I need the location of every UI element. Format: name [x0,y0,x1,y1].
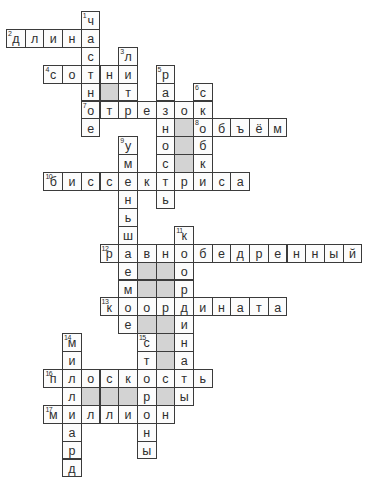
cell-r17c6[interactable]: е [118,315,138,334]
cell-r10c6[interactable]: н [118,190,138,209]
cell-letter: ш [123,228,133,243]
cell-letter: ъ [236,121,244,136]
cell-letter: м [124,156,133,171]
cell-letter: а [125,246,132,261]
clue-number: 10 [45,173,52,180]
cell-letter: у [125,138,131,153]
cell-r6c4[interactable]: е [81,118,101,137]
cell-r6c11[interactable]: б [212,118,232,137]
cell-letter: о [87,371,94,386]
cell-r6c14[interactable]: м [268,118,288,137]
cell-letter: б [199,246,206,261]
cell-r18c9[interactable]: н [174,333,194,352]
cell-letter: н [181,335,188,350]
clue-number: 5 [158,66,161,73]
cell-letter: о [68,67,75,82]
cell-letter: н [106,67,113,82]
cell-letter: т [88,67,94,82]
cell-r2c6[interactable]: 3л [118,47,138,66]
cell-r9c4[interactable]: с [81,172,101,191]
cell-letter: и [199,300,206,315]
cell-r4c10[interactable]: 6с [193,83,213,102]
cell-r25c3[interactable]: д [62,459,82,478]
cell-letter: и [125,67,132,82]
cell-letter: а [87,31,94,46]
cell-letter: н [162,246,169,261]
cell-r6c13[interactable]: ё [249,118,269,137]
cell-r20c4[interactable]: о [81,369,101,388]
cell-letter: р [255,246,262,261]
cell-r4c4[interactable]: н [81,83,101,102]
cell-letter: с [50,67,56,82]
cell-letter: и [125,407,132,422]
shaded-cell-r21c6 [118,387,138,406]
cell-letter: а [237,174,244,189]
cell-r13c18[interactable]: й [343,244,363,263]
cell-r22c6[interactable]: и [118,405,138,424]
clue-number: 6 [195,84,198,91]
shaded-cell-r18c8 [156,333,176,352]
cell-r16c13[interactable]: т [249,297,269,316]
cell-letter: е [218,246,225,261]
cell-letter: о [143,407,150,422]
cell-letter: с [88,174,94,189]
cell-letter: ы [180,389,189,404]
cell-r20c3[interactable]: л [62,369,82,388]
cell-letter: н [125,192,132,207]
cell-r2c4[interactable]: с [81,47,101,66]
cell-letter: н [218,300,225,315]
clue-number: 11 [176,227,182,234]
cell-r13c12[interactable]: д [230,244,250,263]
cell-r13c13[interactable]: р [249,244,269,263]
cell-r14c6[interactable]: е [118,262,138,281]
cell-letter: е [125,264,132,279]
cell-r22c4[interactable]: л [81,405,101,424]
cell-letter: т [163,174,169,189]
cell-r16c8[interactable]: р [156,297,176,316]
cell-letter: д [12,31,19,46]
cell-r8c8[interactable]: с [156,154,176,173]
cell-letter: н [162,121,169,136]
cell-r13c17[interactable]: ы [324,244,344,263]
cell-letter: б [218,121,225,136]
cell-r13c9[interactable]: о [174,244,194,263]
cell-letter: о [199,121,206,136]
cell-letter: и [50,31,57,46]
cell-letter: т [181,371,187,386]
cell-r8c10[interactable]: к [193,154,213,173]
cell-letter: с [162,371,168,386]
cell-r5c10[interactable]: к [193,101,213,120]
cell-r5c8[interactable]: з [156,101,176,120]
cell-r5c9[interactable]: о [174,101,194,120]
cell-r13c7[interactable]: в [137,244,157,263]
cell-r1c1[interactable]: л [25,29,45,48]
cell-letter: е [274,246,281,261]
cell-r23c3[interactable]: а [62,423,82,442]
clue-number: 15 [139,334,146,341]
cell-r17c9[interactable]: и [174,315,194,334]
shaded-cell-r15c7 [137,280,157,299]
cell-letter: о [125,300,132,315]
cell-letter: р [143,389,150,404]
cell-letter: и [68,174,75,189]
cell-letter: т [144,353,150,368]
cell-r1c0[interactable]: 2д [6,29,26,48]
cell-r14c9[interactable]: о [174,262,194,281]
cell-r22c7[interactable]: о [137,405,157,424]
cell-letter: н [293,246,300,261]
cell-r5c7[interactable]: е [137,101,157,120]
cell-letter: б [199,138,206,153]
cell-letter: е [125,174,132,189]
clue-number: 12 [102,245,109,252]
cell-letter: л [31,31,38,46]
cell-r16c9[interactable]: д [174,297,194,316]
cell-r21c3[interactable]: л [62,387,82,406]
cell-r12c6[interactable]: ш [118,226,138,245]
cell-r9c5[interactable]: с [100,172,120,191]
cell-letter: о [87,103,94,118]
cell-letter: а [162,85,169,100]
cell-letter: т [256,300,262,315]
shaded-cell-r19c8 [156,351,176,370]
cell-letter: е [87,121,94,136]
cell-r13c10[interactable]: б [193,244,213,263]
clue-number: 9 [120,137,123,144]
cell-r7c6[interactable]: 9у [118,136,138,155]
cell-letter: р [125,103,132,118]
cell-letter: к [125,371,130,386]
crossword-board: 1ч2длинас3л4сотни5рнта6с7отрезокен8объём… [0,0,368,480]
shaded-cell-r14c7 [137,262,157,281]
cell-r20c2[interactable]: 16п [43,369,63,388]
cell-letter: ь [162,192,169,207]
cell-r20c6[interactable]: к [118,369,138,388]
cell-r11c6[interactable]: ь [118,208,138,227]
cell-letter: л [68,371,75,386]
cell-letter: к [200,156,205,171]
cell-r9c9[interactable]: р [174,172,194,191]
cell-r6c12[interactable]: ъ [230,118,250,137]
cell-letter: л [124,49,131,64]
cell-r5c6[interactable]: р [118,101,138,120]
clue-number: 14 [64,334,71,341]
cell-letter: й [349,246,356,261]
cell-r1c4[interactable]: а [81,29,101,48]
clue-number: 1 [83,12,86,19]
cell-r13c6[interactable]: а [118,244,138,263]
cell-r1c3[interactable]: н [62,29,82,48]
cell-r9c10[interactable]: и [193,172,213,191]
cell-r12c9[interactable]: 11к [174,226,194,245]
cell-r22c8[interactable]: н [156,405,176,424]
cell-r19c3[interactable]: и [62,351,82,370]
cell-letter: в [143,246,150,261]
cell-r10c8[interactable]: ь [156,190,176,209]
cell-letter: л [68,389,75,404]
cell-r20c8[interactable]: с [156,369,176,388]
cell-r21c7[interactable]: р [137,387,157,406]
cell-r13c8[interactable]: н [156,244,176,263]
cell-letter: с [88,49,94,64]
cell-r16c5[interactable]: 13к [100,297,120,316]
clue-number: 17 [45,406,52,413]
cell-r13c16[interactable]: н [305,244,325,263]
cell-r6c10[interactable]: 8о [193,118,213,137]
cell-r19c7[interactable]: т [137,351,157,370]
cell-r7c8[interactable]: о [156,136,176,155]
cell-r4c8[interactable]: а [156,83,176,102]
cell-r20c9[interactable]: т [174,369,194,388]
shaded-cell-r6c9 [174,118,194,137]
cell-r6c8[interactable]: н [156,118,176,137]
cell-r22c3[interactable]: и [62,405,82,424]
cell-letter: л [106,407,113,422]
cell-r9c2[interactable]: 10б [43,172,63,191]
shaded-cell-r15c8 [156,280,176,299]
cell-r22c5[interactable]: л [100,405,120,424]
cell-letter: м [124,282,133,297]
cell-letter: а [274,300,281,315]
shaded-cell-r7c9 [174,136,194,155]
cell-letter: м [273,121,282,136]
clue-number: 4 [45,66,48,73]
cell-r13c5[interactable]: 12р [100,244,120,263]
cell-r9c3[interactable]: и [62,172,82,191]
cell-letter: с [106,371,112,386]
cell-r9c12[interactable]: а [230,172,250,191]
cell-r18c7[interactable]: 15с [137,333,157,352]
cell-letter: и [199,174,206,189]
cell-r3c2[interactable]: 4с [43,65,63,84]
cell-r13c11[interactable]: е [212,244,232,263]
cell-r3c5[interactable]: н [100,65,120,84]
cell-r3c6[interactable]: и [118,65,138,84]
shaded-cell-r21c4 [81,387,101,406]
cell-letter: т [125,85,131,100]
cell-letter: н [162,407,169,422]
cell-r13c14[interactable]: е [268,244,288,263]
cell-letter: о [181,103,188,118]
cell-letter: р [181,174,188,189]
cell-letter: с [200,85,206,100]
cell-r3c3[interactable]: о [62,65,82,84]
cell-letter: р [68,443,75,458]
cell-r22c2[interactable]: 17м [43,405,63,424]
cell-letter: р [181,282,188,297]
cell-letter: о [162,138,169,153]
cell-letter: т [106,103,112,118]
cell-letter: е [143,103,150,118]
cell-letter: д [180,300,187,315]
cell-letter: л [87,407,94,422]
cell-r23c7[interactable]: н [137,423,157,442]
cell-r19c9[interactable]: а [174,351,194,370]
cell-letter: ё [255,121,262,136]
cell-letter: ы [329,246,338,261]
shaded-cell-r17c7 [137,315,157,334]
clue-number: 13 [102,298,109,305]
shaded-cell-r4c5 [100,83,120,102]
cell-letter: к [144,174,149,189]
cell-r24c7[interactable]: ы [137,441,157,460]
cell-letter: о [143,300,150,315]
cell-r5c4[interactable]: 7о [81,101,101,120]
cell-letter: а [181,353,188,368]
cell-letter: р [162,300,169,315]
cell-letter: д [68,461,75,476]
cell-r13c15[interactable]: н [287,244,307,263]
cell-r16c11[interactable]: н [212,297,232,316]
cell-letter: ь [200,371,207,386]
shaded-cell-r14c8 [156,262,176,281]
cell-letter: ч [87,13,94,28]
cell-r9c7[interactable]: к [137,172,157,191]
cell-r16c7[interactable]: о [137,297,157,316]
cell-r16c14[interactable]: а [268,297,288,316]
clue-number: 8 [195,119,198,126]
clue-number: 3 [120,48,123,55]
cell-r16c6[interactable]: о [118,297,138,316]
cell-letter: а [68,425,75,440]
cell-letter: и [181,317,188,332]
shaded-cell-r21c5 [100,387,120,406]
cell-r20c5[interactable]: с [100,369,120,388]
cell-r18c3[interactable]: 14м [62,333,82,352]
cell-letter: ы [142,443,151,458]
cell-r20c7[interactable]: о [137,369,157,388]
clue-number: 16 [45,370,52,377]
shaded-cell-r17c8 [156,315,176,334]
cell-r15c9[interactable]: р [174,280,194,299]
cell-r9c8[interactable]: т [156,172,176,191]
shaded-cell-r21c8 [156,387,176,406]
cell-letter: с [218,174,224,189]
cell-letter: н [143,425,150,440]
cell-letter: ь [125,210,132,225]
cell-r16c10[interactable]: и [193,297,213,316]
clue-number: 2 [8,30,11,37]
cell-letter: а [237,300,244,315]
cell-r20c10[interactable]: ь [193,369,213,388]
cell-letter: н [312,246,319,261]
cell-r24c3[interactable]: р [62,441,82,460]
cell-letter: о [181,264,188,279]
cell-r3c8[interactable]: 5р [156,65,176,84]
cell-letter: е [125,317,132,332]
cell-r4c6[interactable]: т [118,83,138,102]
clue-number: 7 [83,102,86,109]
cell-letter: з [163,103,169,118]
cell-letter: д [237,246,244,261]
cell-letter: н [68,31,75,46]
cell-letter: с [106,174,112,189]
cell-r15c6[interactable]: м [118,280,138,299]
cell-r3c4[interactable]: т [81,65,101,84]
cell-r7c10[interactable]: б [193,136,213,155]
cell-letter: с [162,156,168,171]
cell-letter: о [143,371,150,386]
cell-r5c5[interactable]: т [100,101,120,120]
cell-letter: и [68,353,75,368]
cell-r9c6[interactable]: е [118,172,138,191]
cell-r8c6[interactable]: м [118,154,138,173]
cell-r0c4[interactable]: 1ч [81,11,101,30]
cell-letter: н [87,85,94,100]
cell-r21c9[interactable]: ы [174,387,194,406]
cell-r16c12[interactable]: а [230,297,250,316]
crossword-page: { "game": "crossword", "language": "Russ… [0,0,368,480]
shaded-cell-r8c9 [174,154,194,173]
cell-letter: к [200,103,205,118]
cell-letter: и [68,407,75,422]
cell-r1c2[interactable]: и [43,29,63,48]
cell-r9c11[interactable]: с [212,172,232,191]
cell-letter: о [181,246,188,261]
cell-letter: р [162,67,169,82]
